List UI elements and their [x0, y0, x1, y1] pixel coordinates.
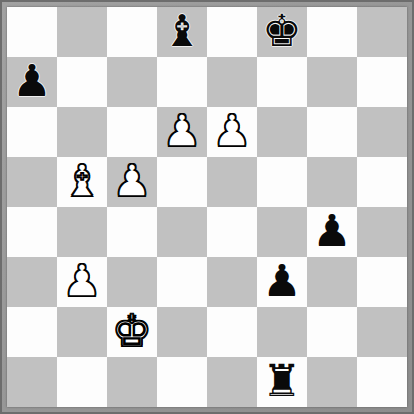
square-e5[interactable]	[207, 157, 257, 207]
square-d1[interactable]	[157, 357, 207, 407]
square-b5[interactable]: ♝	[57, 157, 107, 207]
square-a6[interactable]	[7, 107, 57, 157]
square-c7[interactable]	[107, 57, 157, 107]
square-b1[interactable]	[57, 357, 107, 407]
square-f2[interactable]	[257, 307, 307, 357]
square-e3[interactable]	[207, 257, 257, 307]
square-b7[interactable]	[57, 57, 107, 107]
square-d3[interactable]	[157, 257, 207, 307]
white-king-c2[interactable]: ♚	[112, 307, 151, 356]
square-h6[interactable]	[357, 107, 407, 157]
square-g1[interactable]	[307, 357, 357, 407]
square-c2[interactable]: ♚	[107, 307, 157, 357]
square-a7[interactable]: ♟	[7, 57, 57, 107]
square-d2[interactable]	[157, 307, 207, 357]
chess-board: ♝♚♟♟♟♝♟♟♟♟♚♜	[7, 7, 407, 407]
square-h1[interactable]	[357, 357, 407, 407]
black-king-f8[interactable]: ♚	[262, 7, 301, 56]
square-c5[interactable]: ♟	[107, 157, 157, 207]
white-pawn-d6[interactable]: ♟	[162, 107, 201, 156]
square-c4[interactable]	[107, 207, 157, 257]
white-bishop-b5[interactable]: ♝	[62, 157, 101, 206]
square-g4[interactable]: ♟	[307, 207, 357, 257]
black-pawn-g4[interactable]: ♟	[312, 207, 351, 256]
black-bishop-d8[interactable]: ♝	[162, 7, 201, 56]
square-c6[interactable]	[107, 107, 157, 157]
square-b6[interactable]	[57, 107, 107, 157]
square-b8[interactable]	[57, 7, 107, 57]
square-a1[interactable]	[7, 357, 57, 407]
white-pawn-b3[interactable]: ♟	[62, 257, 101, 306]
square-c1[interactable]	[107, 357, 157, 407]
black-rook-f1[interactable]: ♜	[262, 357, 301, 406]
square-a2[interactable]	[7, 307, 57, 357]
square-e4[interactable]	[207, 207, 257, 257]
square-g2[interactable]	[307, 307, 357, 357]
square-g7[interactable]	[307, 57, 357, 107]
square-f1[interactable]: ♜	[257, 357, 307, 407]
square-d7[interactable]	[157, 57, 207, 107]
square-f4[interactable]	[257, 207, 307, 257]
square-d6[interactable]: ♟	[157, 107, 207, 157]
square-d4[interactable]	[157, 207, 207, 257]
square-e2[interactable]	[207, 307, 257, 357]
square-b3[interactable]: ♟	[57, 257, 107, 307]
square-e6[interactable]: ♟	[207, 107, 257, 157]
square-h4[interactable]	[357, 207, 407, 257]
square-f3[interactable]: ♟	[257, 257, 307, 307]
black-pawn-a7[interactable]: ♟	[12, 57, 51, 106]
square-g5[interactable]	[307, 157, 357, 207]
black-pawn-f3[interactable]: ♟	[262, 257, 301, 306]
white-pawn-e6[interactable]: ♟	[212, 107, 251, 156]
square-d5[interactable]	[157, 157, 207, 207]
square-h5[interactable]	[357, 157, 407, 207]
square-e1[interactable]	[207, 357, 257, 407]
square-a5[interactable]	[7, 157, 57, 207]
board-frame: ♝♚♟♟♟♝♟♟♟♟♚♜	[0, 0, 414, 414]
square-f8[interactable]: ♚	[257, 7, 307, 57]
square-g6[interactable]	[307, 107, 357, 157]
square-g8[interactable]	[307, 7, 357, 57]
square-a4[interactable]	[7, 207, 57, 257]
square-e8[interactable]	[207, 7, 257, 57]
white-pawn-c5[interactable]: ♟	[112, 157, 151, 206]
square-h7[interactable]	[357, 57, 407, 107]
square-d8[interactable]: ♝	[157, 7, 207, 57]
square-c3[interactable]	[107, 257, 157, 307]
square-a3[interactable]	[7, 257, 57, 307]
square-f5[interactable]	[257, 157, 307, 207]
square-h2[interactable]	[357, 307, 407, 357]
square-f6[interactable]	[257, 107, 307, 157]
square-h3[interactable]	[357, 257, 407, 307]
square-b2[interactable]	[57, 307, 107, 357]
square-h8[interactable]	[357, 7, 407, 57]
square-b4[interactable]	[57, 207, 107, 257]
square-g3[interactable]	[307, 257, 357, 307]
square-e7[interactable]	[207, 57, 257, 107]
square-c8[interactable]	[107, 7, 157, 57]
square-f7[interactable]	[257, 57, 307, 107]
square-a8[interactable]	[7, 7, 57, 57]
